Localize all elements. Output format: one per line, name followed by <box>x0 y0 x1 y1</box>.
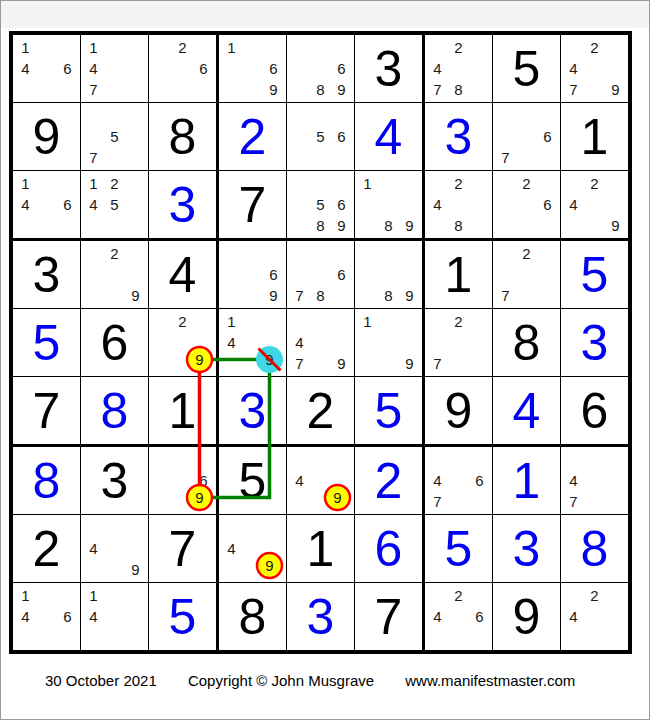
candidate-4: 4 <box>15 606 36 627</box>
given-digit: 1 <box>169 386 197 436</box>
candidates: 246 <box>427 585 490 648</box>
cell-r8c2[interactable]: 49 <box>81 515 149 583</box>
candidate-1: 1 <box>221 311 242 332</box>
cell-r5c1[interactable]: 5 <box>13 309 81 377</box>
candidate-9: 9 <box>331 215 352 236</box>
given-digit: 1 <box>581 112 609 162</box>
cell-r4c3[interactable]: 4 <box>149 241 219 309</box>
candidate-4: 4 <box>427 194 448 215</box>
candidate-7: 7 <box>495 285 516 306</box>
given-digit: 6 <box>581 386 609 436</box>
solved-digit: 1 <box>513 456 541 506</box>
candidate-5: 5 <box>310 194 331 215</box>
sudoku-board: 1461472616968932478524799578256436711461… <box>9 31 632 654</box>
candidates: 147 <box>83 37 146 100</box>
cell-r3c8[interactable]: 26 <box>493 171 561 241</box>
cell-r4c9[interactable]: 5 <box>561 241 628 309</box>
candidates: 26 <box>495 173 558 236</box>
solved-digit: 2 <box>239 112 267 162</box>
candidate-1: 1 <box>357 311 378 332</box>
candidate-1: 1 <box>83 585 104 606</box>
given-digit: 7 <box>375 592 403 642</box>
solved-digit: 3 <box>513 524 541 574</box>
cell-r5c9[interactable]: 3 <box>561 309 628 377</box>
cell-r1c2[interactable]: 147 <box>81 35 149 103</box>
candidate-4: 4 <box>289 470 310 491</box>
cell-r2c2[interactable]: 57 <box>81 103 149 171</box>
cell-r7c7[interactable]: 467 <box>425 447 493 515</box>
candidate-7: 7 <box>289 353 310 374</box>
given-digit: 8 <box>239 592 267 642</box>
given-digit: 3 <box>101 456 129 506</box>
candidates: 4 <box>221 517 284 580</box>
cell-r3c1[interactable]: 146 <box>13 171 81 241</box>
cell-r9c4[interactable]: 8 <box>219 583 287 650</box>
candidates: 24 <box>563 585 626 648</box>
candidates: 689 <box>289 37 352 100</box>
cell-r6c3[interactable]: 1 <box>149 377 219 447</box>
candidate-6: 6 <box>537 126 558 147</box>
candidate-8: 8 <box>378 215 399 236</box>
cell-r4c6[interactable]: 89 <box>355 241 425 309</box>
candidate-7: 7 <box>427 353 448 374</box>
cell-r3c6[interactable]: 189 <box>355 171 425 241</box>
cell-r2c1[interactable]: 9 <box>13 103 81 171</box>
cell-r8c4[interactable]: 4 <box>219 515 287 583</box>
candidate-6: 6 <box>331 126 352 147</box>
solved-digit: 5 <box>581 250 609 300</box>
candidate-6: 6 <box>193 470 214 491</box>
candidate-4: 4 <box>221 538 242 559</box>
given-digit: 9 <box>445 386 473 436</box>
given-digit: 5 <box>513 44 541 94</box>
candidate-7: 7 <box>563 79 584 100</box>
candidate-7: 7 <box>427 79 448 100</box>
given-digit: 7 <box>33 386 61 436</box>
candidates: 14 <box>83 585 146 648</box>
candidates: 146 <box>15 173 78 236</box>
candidates: 49 <box>83 517 146 580</box>
candidate-4: 4 <box>427 58 448 79</box>
cell-r8c9[interactable]: 8 <box>561 515 628 583</box>
cell-r5c8[interactable]: 8 <box>493 309 561 377</box>
cell-r5c2[interactable]: 6 <box>81 309 149 377</box>
solved-digit: 5 <box>375 386 403 436</box>
cell-r8c6[interactable]: 6 <box>355 515 425 583</box>
given-digit: 7 <box>239 180 267 230</box>
candidate-9: 9 <box>605 79 626 100</box>
cell-r5c4[interactable]: 14 <box>219 309 287 377</box>
candidate-9: 9 <box>331 79 352 100</box>
solved-digit: 5 <box>33 318 61 368</box>
cell-r3c4[interactable]: 7 <box>219 171 287 241</box>
candidates: 69 <box>221 243 284 306</box>
cell-r2c9[interactable]: 1 <box>561 103 628 171</box>
given-digit: 3 <box>33 250 61 300</box>
candidate-4: 4 <box>289 332 310 353</box>
cell-r3c5[interactable]: 5689 <box>287 171 355 241</box>
candidate-2: 2 <box>448 173 469 194</box>
candidate-7: 7 <box>83 79 104 100</box>
candidate-2: 2 <box>584 173 605 194</box>
candidate-9: 9 <box>605 215 626 236</box>
candidates: 4 <box>289 449 352 512</box>
candidate-1: 1 <box>15 37 36 58</box>
candidate-9: 9 <box>331 353 352 374</box>
cell-r6c9[interactable]: 6 <box>561 377 628 447</box>
solved-digit: 8 <box>33 456 61 506</box>
cell-r5c6[interactable]: 19 <box>355 309 425 377</box>
given-digit: 8 <box>169 112 197 162</box>
cell-r2c3[interactable]: 8 <box>149 103 219 171</box>
candidate-4: 4 <box>427 470 448 491</box>
cell-r1c6[interactable]: 3 <box>355 35 425 103</box>
cell-r8c7[interactable]: 5 <box>425 515 493 583</box>
solved-digit: 3 <box>581 318 609 368</box>
cell-r5c3[interactable]: 2 <box>149 309 219 377</box>
candidates: 2478 <box>427 37 490 100</box>
candidate-7: 7 <box>563 491 584 512</box>
cell-r2c8[interactable]: 67 <box>493 103 561 171</box>
candidates: 479 <box>289 311 352 374</box>
cell-r9c8[interactable]: 9 <box>493 583 561 650</box>
cell-r5c7[interactable]: 27 <box>425 309 493 377</box>
candidate-5: 5 <box>104 194 125 215</box>
candidate-6: 6 <box>193 58 214 79</box>
candidate-6: 6 <box>469 606 490 627</box>
given-digit: 5 <box>239 456 267 506</box>
candidate-2: 2 <box>104 243 125 264</box>
given-digit: 9 <box>513 592 541 642</box>
cell-r4c7[interactable]: 1 <box>425 241 493 309</box>
cell-r7c4[interactable]: 5 <box>219 447 287 515</box>
given-digit: 8 <box>513 318 541 368</box>
candidate-2: 2 <box>448 585 469 606</box>
cell-r9c5[interactable]: 3 <box>287 583 355 650</box>
cell-r3c2[interactable]: 1245 <box>81 171 149 241</box>
candidate-8: 8 <box>310 215 331 236</box>
candidates: 2 <box>151 311 214 374</box>
cell-r1c4[interactable]: 169 <box>219 35 287 103</box>
solved-digit: 3 <box>445 112 473 162</box>
cell-r8c1[interactable]: 2 <box>13 515 81 583</box>
candidate-4: 4 <box>15 194 36 215</box>
cell-r3c3[interactable]: 3 <box>149 171 219 241</box>
solved-digit: 6 <box>375 524 403 574</box>
given-digit: 7 <box>169 524 197 574</box>
candidate-8: 8 <box>310 79 331 100</box>
candidate-7: 7 <box>289 285 310 306</box>
candidates: 26 <box>151 37 214 100</box>
candidate-4: 4 <box>221 332 242 353</box>
candidate-4: 4 <box>15 58 36 79</box>
candidate-6: 6 <box>57 194 78 215</box>
given-digit: 4 <box>169 250 197 300</box>
cell-r6c2[interactable]: 8 <box>81 377 149 447</box>
candidate-9: 9 <box>263 285 284 306</box>
candidate-2: 2 <box>516 173 537 194</box>
cell-r6c5[interactable]: 2 <box>287 377 355 447</box>
cell-r7c3[interactable]: 6 <box>149 447 219 515</box>
candidates: 29 <box>83 243 146 306</box>
candidate-7: 7 <box>495 147 516 168</box>
candidate-2: 2 <box>172 37 193 58</box>
candidates: 19 <box>357 311 420 374</box>
given-digit: 1 <box>445 250 473 300</box>
candidates: 169 <box>221 37 284 100</box>
cell-r9c1[interactable]: 146 <box>13 583 81 650</box>
candidate-1: 1 <box>15 173 36 194</box>
cell-r1c9[interactable]: 2479 <box>561 35 628 103</box>
candidate-9: 9 <box>125 285 146 306</box>
cell-r2c4[interactable]: 2 <box>219 103 287 171</box>
cell-r6c7[interactable]: 9 <box>425 377 493 447</box>
cell-r4c1[interactable]: 3 <box>13 241 81 309</box>
candidates: 89 <box>357 243 420 306</box>
header-strip <box>1 1 649 28</box>
candidate-2: 2 <box>448 311 469 332</box>
candidate-9: 9 <box>263 79 284 100</box>
cell-r9c7[interactable]: 246 <box>425 583 493 650</box>
candidates: 248 <box>427 173 490 236</box>
candidate-2: 2 <box>448 37 469 58</box>
cell-r8c3[interactable]: 7 <box>149 515 219 583</box>
candidates: 5689 <box>289 173 352 236</box>
candidates: 467 <box>427 449 490 512</box>
candidate-4: 4 <box>83 538 104 559</box>
solved-digit: 3 <box>307 592 335 642</box>
candidates: 67 <box>495 105 558 168</box>
cell-r7c9[interactable]: 47 <box>561 447 628 515</box>
cell-r5c5[interactable]: 479 <box>287 309 355 377</box>
candidate-2: 2 <box>172 311 193 332</box>
candidate-6: 6 <box>331 58 352 79</box>
candidate-6: 6 <box>57 606 78 627</box>
candidate-7: 7 <box>427 491 448 512</box>
cell-r9c9[interactable]: 24 <box>561 583 628 650</box>
candidate-1: 1 <box>83 173 104 194</box>
candidate-8: 8 <box>448 79 469 100</box>
candidate-1: 1 <box>221 37 242 58</box>
given-digit: 2 <box>307 386 335 436</box>
candidate-2: 2 <box>584 37 605 58</box>
cell-r2c6[interactable]: 4 <box>355 103 425 171</box>
cell-r2c5[interactable]: 56 <box>287 103 355 171</box>
candidates: 678 <box>289 243 352 306</box>
solved-digit: 4 <box>375 112 403 162</box>
cell-r9c6[interactable]: 7 <box>355 583 425 650</box>
footer-copyright: Copyright © John Musgrave <box>188 672 374 689</box>
candidate-6: 6 <box>263 264 284 285</box>
candidates: 27 <box>427 311 490 374</box>
candidate-4: 4 <box>83 58 104 79</box>
solved-digit: 8 <box>101 386 129 436</box>
candidates: 2479 <box>563 37 626 100</box>
cell-r3c9[interactable]: 249 <box>561 171 628 241</box>
candidates: 47 <box>563 449 626 512</box>
candidate-6: 6 <box>263 58 284 79</box>
board-wrap: 1461472616968932478524799578256436711461… <box>9 31 632 654</box>
candidate-9: 9 <box>399 215 420 236</box>
cell-r2c7[interactable]: 3 <box>425 103 493 171</box>
cell-r4c8[interactable]: 27 <box>493 241 561 309</box>
cell-r6c6[interactable]: 5 <box>355 377 425 447</box>
cell-r4c5[interactable]: 678 <box>287 241 355 309</box>
candidate-1: 1 <box>15 585 36 606</box>
cell-r7c5[interactable]: 4 <box>287 447 355 515</box>
candidate-6: 6 <box>331 264 352 285</box>
candidates: 27 <box>495 243 558 306</box>
candidate-9: 9 <box>399 285 420 306</box>
candidate-4: 4 <box>563 194 584 215</box>
cell-r8c5[interactable]: 1 <box>287 515 355 583</box>
candidate-4: 4 <box>563 58 584 79</box>
solved-digit: 2 <box>375 456 403 506</box>
candidate-2: 2 <box>584 585 605 606</box>
cell-r1c1[interactable]: 146 <box>13 35 81 103</box>
cell-r7c2[interactable]: 3 <box>81 447 149 515</box>
candidate-2: 2 <box>104 173 125 194</box>
candidate-6: 6 <box>469 470 490 491</box>
given-digit: 1 <box>307 524 335 574</box>
candidates: 249 <box>563 173 626 236</box>
candidates: 6 <box>151 449 214 512</box>
cell-r9c2[interactable]: 14 <box>81 583 149 650</box>
cell-r7c8[interactable]: 1 <box>493 447 561 515</box>
cell-r1c5[interactable]: 689 <box>287 35 355 103</box>
given-digit: 3 <box>375 44 403 94</box>
candidates: 56 <box>289 105 352 168</box>
candidate-9: 9 <box>399 353 420 374</box>
candidate-5: 5 <box>310 126 331 147</box>
candidate-2: 2 <box>516 243 537 264</box>
candidate-8: 8 <box>448 215 469 236</box>
candidates: 146 <box>15 585 78 648</box>
candidate-5: 5 <box>104 126 125 147</box>
candidate-7: 7 <box>83 147 104 168</box>
solved-digit: 3 <box>169 180 197 230</box>
solved-digit: 3 <box>239 386 267 436</box>
cell-r6c8[interactable]: 4 <box>493 377 561 447</box>
cell-r7c1[interactable]: 8 <box>13 447 81 515</box>
candidates: 189 <box>357 173 420 236</box>
candidate-4: 4 <box>427 606 448 627</box>
cell-r3c7[interactable]: 248 <box>425 171 493 241</box>
cell-r7c6[interactable]: 2 <box>355 447 425 515</box>
cell-r1c8[interactable]: 5 <box>493 35 561 103</box>
cell-r1c3[interactable]: 26 <box>149 35 219 103</box>
candidate-8: 8 <box>378 285 399 306</box>
cell-r4c4[interactable]: 69 <box>219 241 287 309</box>
given-digit: 9 <box>33 112 61 162</box>
given-digit: 6 <box>101 318 129 368</box>
solved-digit: 8 <box>581 524 609 574</box>
cell-r6c4[interactable]: 3 <box>219 377 287 447</box>
candidate-4: 4 <box>563 606 584 627</box>
candidate-6: 6 <box>331 194 352 215</box>
candidate-8: 8 <box>310 285 331 306</box>
footer-website[interactable]: www.manifestmaster.com <box>405 672 575 689</box>
given-digit: 2 <box>33 524 61 574</box>
candidate-9: 9 <box>125 559 146 580</box>
candidates: 146 <box>15 37 78 100</box>
solved-digit: 5 <box>169 592 197 642</box>
candidates: 1245 <box>83 173 146 236</box>
cell-r4c2[interactable]: 29 <box>81 241 149 309</box>
solved-digit: 4 <box>513 386 541 436</box>
cell-r8c8[interactable]: 3 <box>493 515 561 583</box>
candidate-4: 4 <box>83 194 104 215</box>
candidates: 57 <box>83 105 146 168</box>
candidate-6: 6 <box>537 194 558 215</box>
candidate-4: 4 <box>563 470 584 491</box>
candidates: 14 <box>221 311 284 374</box>
footer: 30 October 2021 Copyright © John Musgrav… <box>45 672 649 689</box>
candidate-1: 1 <box>357 173 378 194</box>
cell-r9c3[interactable]: 5 <box>149 583 219 650</box>
footer-date: 30 October 2021 <box>45 672 157 689</box>
cell-r1c7[interactable]: 2478 <box>425 35 493 103</box>
cell-r6c1[interactable]: 7 <box>13 377 81 447</box>
candidate-1: 1 <box>83 37 104 58</box>
candidate-4: 4 <box>83 606 104 627</box>
solved-digit: 5 <box>445 524 473 574</box>
candidate-6: 6 <box>57 58 78 79</box>
